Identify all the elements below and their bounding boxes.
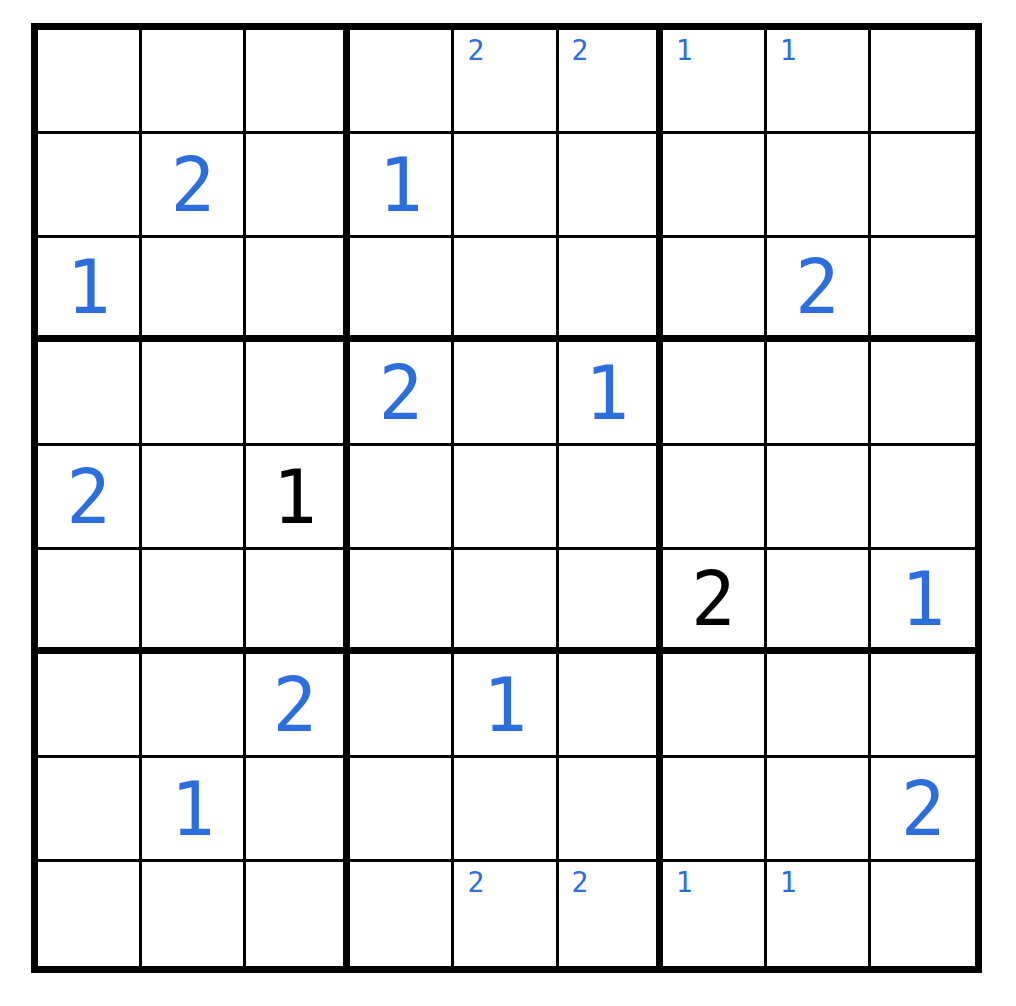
cell-r9c1[interactable] [38,862,142,966]
cell-r8c3[interactable] [246,758,350,862]
cell-r8c2[interactable]: 1 [142,758,246,862]
cell-r8c9[interactable]: 2 [871,758,975,862]
cell-r2c9[interactable] [871,134,975,238]
cell-r3c1[interactable]: 1 [38,238,142,342]
cell-r3c2[interactable] [142,238,246,342]
cell-r7c2[interactable] [142,654,246,758]
user-digit: 2 [170,148,215,222]
cell-r4c2[interactable] [142,342,246,446]
cell-r2c4[interactable]: 1 [350,134,454,238]
cell-r2c8[interactable] [767,134,871,238]
cell-r4c4[interactable]: 2 [350,342,454,446]
cell-r5c9[interactable] [871,446,975,550]
corner-note: 1 [676,869,693,897]
cell-r1c4[interactable] [350,30,454,134]
sudoku-board-container: 2211211221212121122211 [31,23,982,973]
cell-r7c1[interactable] [38,654,142,758]
cell-r5c1[interactable]: 2 [38,446,142,550]
cell-r2c5[interactable] [454,134,558,238]
cell-r4c8[interactable] [767,342,871,446]
cell-r1c6[interactable]: 2 [559,30,663,134]
cell-r6c3[interactable] [246,550,350,654]
cell-r3c9[interactable] [871,238,975,342]
corner-note: 2 [467,869,484,897]
given-digit: 1 [272,460,317,534]
cell-r1c1[interactable] [38,30,142,134]
cell-r6c8[interactable] [767,550,871,654]
cell-r9c6[interactable]: 2 [559,862,663,966]
cell-r1c7[interactable]: 1 [663,30,767,134]
cell-r6c6[interactable] [559,550,663,654]
cell-r5c5[interactable] [454,446,558,550]
corner-note: 1 [780,37,797,65]
cell-r5c3[interactable]: 1 [246,446,350,550]
cell-r6c4[interactable] [350,550,454,654]
cell-r4c3[interactable] [246,342,350,446]
cell-r4c6[interactable]: 1 [559,342,663,446]
cell-r9c9[interactable] [871,862,975,966]
cell-r2c1[interactable] [38,134,142,238]
given-digit: 2 [691,562,736,636]
cell-r9c3[interactable] [246,862,350,966]
cell-r4c7[interactable] [663,342,767,446]
corner-note: 1 [780,869,797,897]
cell-r9c7[interactable]: 1 [663,862,767,966]
cell-r3c6[interactable] [559,238,663,342]
cell-r7c4[interactable] [350,654,454,758]
cell-r5c6[interactable] [559,446,663,550]
cell-r8c6[interactable] [559,758,663,862]
cell-r8c7[interactable] [663,758,767,862]
cell-r5c4[interactable] [350,446,454,550]
cell-r4c5[interactable] [454,342,558,446]
cell-r2c2[interactable]: 2 [142,134,246,238]
cell-r9c5[interactable]: 2 [454,862,558,966]
user-digit: 1 [170,772,215,846]
cell-r2c7[interactable] [663,134,767,238]
cell-r4c1[interactable] [38,342,142,446]
cell-r9c2[interactable] [142,862,246,966]
cell-r5c8[interactable] [767,446,871,550]
user-digit: 2 [379,356,424,430]
user-digit: 2 [272,668,317,742]
cell-r1c2[interactable] [142,30,246,134]
cell-r6c5[interactable] [454,550,558,654]
cell-r7c8[interactable] [767,654,871,758]
corner-note: 2 [572,869,589,897]
user-digit: 1 [483,668,528,742]
cell-r7c7[interactable] [663,654,767,758]
cell-r7c6[interactable] [559,654,663,758]
cell-r9c8[interactable]: 1 [767,862,871,966]
user-digit: 2 [795,250,840,324]
cell-r8c8[interactable] [767,758,871,862]
corner-note: 2 [467,37,484,65]
cell-r1c5[interactable]: 2 [454,30,558,134]
cell-r3c7[interactable] [663,238,767,342]
user-digit: 1 [66,250,111,324]
cell-r3c4[interactable] [350,238,454,342]
cell-r1c8[interactable]: 1 [767,30,871,134]
cell-r6c1[interactable] [38,550,142,654]
corner-note: 1 [676,37,693,65]
cell-r3c5[interactable] [454,238,558,342]
user-digit: 1 [585,356,630,430]
user-digit: 2 [66,460,111,534]
user-digit: 1 [901,562,946,636]
cell-r1c3[interactable] [246,30,350,134]
cell-r5c7[interactable] [663,446,767,550]
cell-r7c9[interactable] [871,654,975,758]
cell-r7c3[interactable]: 2 [246,654,350,758]
cell-r8c5[interactable] [454,758,558,862]
cell-r6c2[interactable] [142,550,246,654]
cell-r8c1[interactable] [38,758,142,862]
sudoku-board: 2211211221212121122211 [31,23,982,973]
cell-r5c2[interactable] [142,446,246,550]
cell-r1c9[interactable] [871,30,975,134]
cell-r2c3[interactable] [246,134,350,238]
cell-r6c9[interactable]: 1 [871,550,975,654]
cell-r8c4[interactable] [350,758,454,862]
user-digit: 1 [379,148,424,222]
cell-r4c9[interactable] [871,342,975,446]
cell-r6c7[interactable]: 2 [663,550,767,654]
cell-r3c8[interactable]: 2 [767,238,871,342]
user-digit: 2 [901,772,946,846]
cell-r9c4[interactable] [350,862,454,966]
cell-r2c6[interactable] [559,134,663,238]
cell-r3c3[interactable] [246,238,350,342]
corner-note: 2 [572,37,589,65]
cell-r7c5[interactable]: 1 [454,654,558,758]
